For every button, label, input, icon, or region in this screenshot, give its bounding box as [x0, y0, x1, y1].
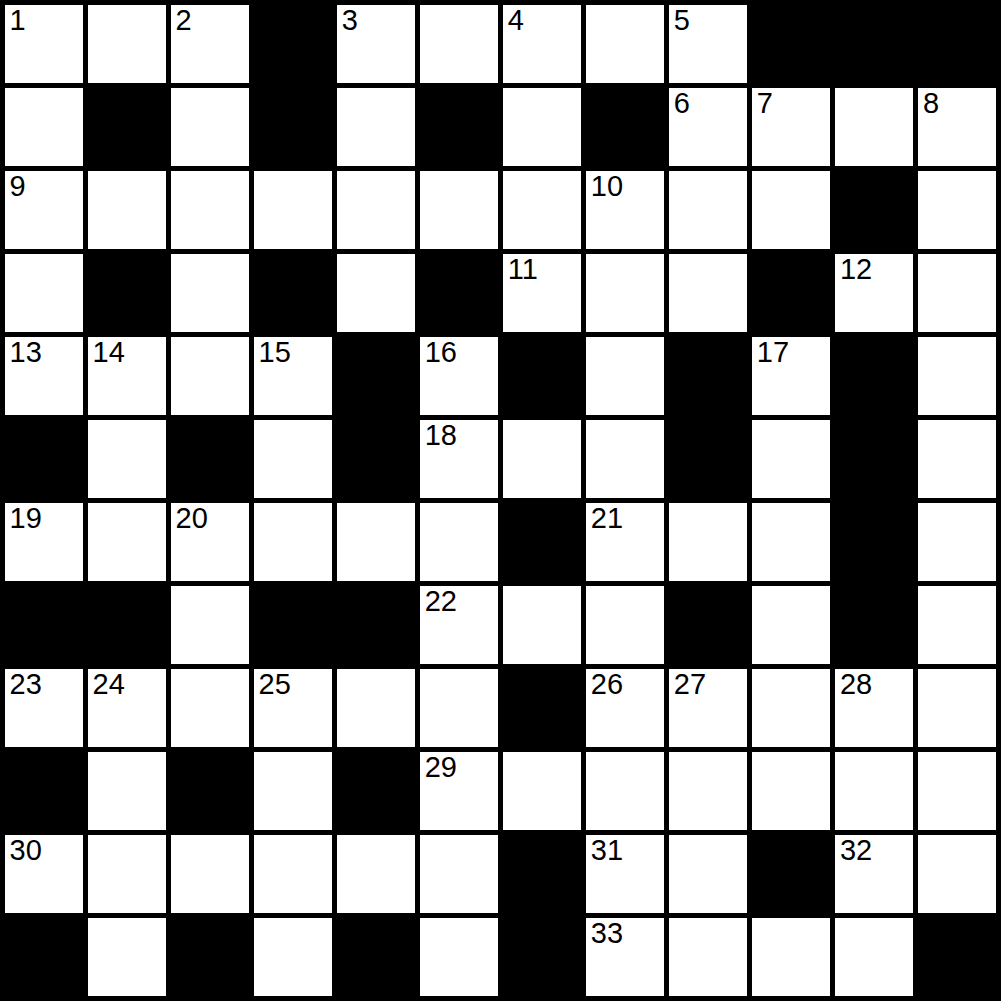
clue-number-7: 7 [757, 88, 773, 118]
cell-r3c10[interactable]: 12 [835, 254, 914, 333]
block-r6c10 [835, 503, 914, 582]
cell-r8c5[interactable] [420, 669, 499, 748]
cell-r6c1[interactable] [88, 503, 167, 582]
block-r3c5 [420, 254, 499, 333]
block-r1c3 [254, 88, 333, 167]
clue-number-27: 27 [674, 669, 706, 699]
cell-r7c7[interactable] [586, 586, 665, 665]
cell-r9c11[interactable] [918, 752, 997, 831]
clue-number-29: 29 [425, 752, 457, 782]
clue-number-4: 4 [508, 5, 524, 35]
clue-number-12: 12 [840, 254, 872, 284]
cell-r2c1[interactable] [88, 171, 167, 250]
block-r0c9 [752, 5, 831, 84]
cell-r2c7[interactable]: 10 [586, 171, 665, 250]
cell-r4c11[interactable] [918, 337, 997, 416]
cell-r0c7[interactable] [586, 5, 665, 84]
cell-r10c4[interactable] [337, 835, 416, 914]
cell-r1c2[interactable] [171, 88, 250, 167]
cell-r4c0[interactable]: 13 [5, 337, 84, 416]
cell-r5c3[interactable] [254, 420, 333, 499]
block-r6c6 [503, 503, 582, 582]
clue-number-28: 28 [840, 669, 872, 699]
cell-r5c5[interactable]: 18 [420, 420, 499, 499]
cell-r11c1[interactable] [88, 918, 167, 997]
cell-r1c9[interactable]: 7 [752, 88, 831, 167]
clue-number-25: 25 [259, 669, 291, 699]
cell-r10c10[interactable]: 32 [835, 835, 914, 914]
block-r4c6 [503, 337, 582, 416]
block-r0c11 [918, 5, 997, 84]
cell-r4c5[interactable]: 16 [420, 337, 499, 416]
block-r9c2 [171, 752, 250, 831]
block-r7c4 [337, 586, 416, 665]
cell-r2c5[interactable] [420, 171, 499, 250]
cell-r10c5[interactable] [420, 835, 499, 914]
clue-number-13: 13 [10, 337, 42, 367]
cell-r5c1[interactable] [88, 420, 167, 499]
cell-r2c0[interactable]: 9 [5, 171, 84, 250]
cell-r0c5[interactable] [420, 5, 499, 84]
cell-r10c2[interactable] [171, 835, 250, 914]
clue-number-18: 18 [425, 420, 457, 450]
cell-r0c6[interactable]: 4 [503, 5, 582, 84]
cell-r7c2[interactable] [171, 586, 250, 665]
cell-r9c8[interactable] [669, 752, 748, 831]
block-r5c10 [835, 420, 914, 499]
cell-r2c6[interactable] [503, 171, 582, 250]
cell-r8c3[interactable]: 25 [254, 669, 333, 748]
clue-number-11: 11 [508, 254, 538, 284]
cell-r9c5[interactable]: 29 [420, 752, 499, 831]
cell-r8c2[interactable] [171, 669, 250, 748]
cell-r4c1[interactable]: 14 [88, 337, 167, 416]
block-r11c6 [503, 918, 582, 997]
cell-r10c8[interactable] [669, 835, 748, 914]
cell-r11c9[interactable] [752, 918, 831, 997]
block-r5c8 [669, 420, 748, 499]
cell-r3c8[interactable] [669, 254, 748, 333]
cell-r0c8[interactable]: 5 [669, 5, 748, 84]
cell-r5c9[interactable] [752, 420, 831, 499]
clue-number-23: 23 [10, 669, 42, 699]
block-r0c3 [254, 5, 333, 84]
block-r10c6 [503, 835, 582, 914]
cell-r8c4[interactable] [337, 669, 416, 748]
block-r7c3 [254, 586, 333, 665]
cell-r0c2[interactable]: 2 [171, 5, 250, 84]
crossword-grid: 1234567891011121314151617181920212223242… [0, 0, 1001, 1001]
cell-r7c5[interactable]: 22 [420, 586, 499, 665]
cell-r3c6[interactable]: 11 [503, 254, 582, 333]
cell-r11c10[interactable] [835, 918, 914, 997]
cell-r7c9[interactable] [752, 586, 831, 665]
block-r4c8 [669, 337, 748, 416]
cell-r9c1[interactable] [88, 752, 167, 831]
cell-r7c6[interactable] [503, 586, 582, 665]
cell-r3c4[interactable] [337, 254, 416, 333]
clue-number-5: 5 [674, 5, 690, 35]
cell-r6c0[interactable]: 19 [5, 503, 84, 582]
cell-r2c9[interactable] [752, 171, 831, 250]
block-r11c0 [5, 918, 84, 997]
cell-r8c11[interactable] [918, 669, 997, 748]
block-r5c0 [5, 420, 84, 499]
clue-number-10: 10 [591, 171, 623, 201]
clue-number-16: 16 [425, 337, 457, 367]
cell-r11c3[interactable] [254, 918, 333, 997]
clue-number-30: 30 [10, 835, 42, 865]
cell-r10c3[interactable] [254, 835, 333, 914]
block-r9c0 [5, 752, 84, 831]
cell-r10c1[interactable] [88, 835, 167, 914]
block-r1c1 [88, 88, 167, 167]
cell-r11c5[interactable] [420, 918, 499, 997]
cell-r6c5[interactable] [420, 503, 499, 582]
cell-r2c8[interactable] [669, 171, 748, 250]
cell-r8c7[interactable]: 26 [586, 669, 665, 748]
clue-number-3: 3 [342, 5, 358, 35]
clue-number-6: 6 [674, 88, 690, 118]
block-r11c2 [171, 918, 250, 997]
block-r7c1 [88, 586, 167, 665]
block-r1c7 [586, 88, 665, 167]
block-r5c2 [171, 420, 250, 499]
clue-number-17: 17 [757, 337, 789, 367]
cell-r4c2[interactable] [171, 337, 250, 416]
clue-number-19: 19 [10, 503, 42, 533]
block-r8c6 [503, 669, 582, 748]
cell-r1c0[interactable] [5, 88, 84, 167]
cell-r1c6[interactable] [503, 88, 582, 167]
cell-r2c3[interactable] [254, 171, 333, 250]
cell-r10c0[interactable]: 30 [5, 835, 84, 914]
cell-r3c7[interactable] [586, 254, 665, 333]
clue-number-33: 33 [591, 918, 623, 948]
clue-number-1: 1 [10, 5, 26, 35]
cell-r6c2[interactable]: 20 [171, 503, 250, 582]
cell-r8c9[interactable] [752, 669, 831, 748]
block-r7c8 [669, 586, 748, 665]
cell-r8c8[interactable]: 27 [669, 669, 748, 748]
block-r1c5 [420, 88, 499, 167]
cell-r8c0[interactable]: 23 [5, 669, 84, 748]
block-r4c4 [337, 337, 416, 416]
clue-number-20: 20 [176, 503, 208, 533]
cell-r6c8[interactable] [669, 503, 748, 582]
block-r3c9 [752, 254, 831, 333]
cell-r9c6[interactable] [503, 752, 582, 831]
cell-r2c11[interactable] [918, 171, 997, 250]
cell-r6c11[interactable] [918, 503, 997, 582]
clue-number-26: 26 [591, 669, 623, 699]
block-r7c0 [5, 586, 84, 665]
block-r10c9 [752, 835, 831, 914]
cell-r9c10[interactable] [835, 752, 914, 831]
cell-r3c0[interactable] [5, 254, 84, 333]
cell-r6c7[interactable]: 21 [586, 503, 665, 582]
cell-r5c6[interactable] [503, 420, 582, 499]
clue-number-31: 31 [591, 835, 623, 865]
cell-r8c1[interactable]: 24 [88, 669, 167, 748]
cell-r6c4[interactable] [337, 503, 416, 582]
clue-number-32: 32 [840, 835, 872, 865]
cell-r0c4[interactable]: 3 [337, 5, 416, 84]
cell-r1c8[interactable]: 6 [669, 88, 748, 167]
clue-number-2: 2 [176, 5, 192, 35]
cell-r6c9[interactable] [752, 503, 831, 582]
cell-r5c11[interactable] [918, 420, 997, 499]
block-r11c4 [337, 918, 416, 997]
cell-r4c7[interactable] [586, 337, 665, 416]
block-r5c4 [337, 420, 416, 499]
block-r11c11 [918, 918, 997, 997]
clue-number-21: 21 [591, 503, 623, 533]
cell-r9c9[interactable] [752, 752, 831, 831]
clue-number-22: 22 [425, 586, 457, 616]
cell-r4c3[interactable]: 15 [254, 337, 333, 416]
cell-r8c10[interactable]: 28 [835, 669, 914, 748]
clue-number-24: 24 [93, 669, 125, 699]
cell-r3c11[interactable] [918, 254, 997, 333]
cell-r10c11[interactable] [918, 835, 997, 914]
cell-r5c7[interactable] [586, 420, 665, 499]
cell-r0c1[interactable] [88, 5, 167, 84]
cell-r9c7[interactable] [586, 752, 665, 831]
block-r4c10 [835, 337, 914, 416]
cell-r2c4[interactable] [337, 171, 416, 250]
cell-r9c3[interactable] [254, 752, 333, 831]
cell-r11c8[interactable] [669, 918, 748, 997]
block-r0c10 [835, 5, 914, 84]
clue-number-9: 9 [10, 171, 26, 201]
cell-r3c2[interactable] [171, 254, 250, 333]
cell-r1c10[interactable] [835, 88, 914, 167]
cell-r2c2[interactable] [171, 171, 250, 250]
block-r3c1 [88, 254, 167, 333]
cell-r11c7[interactable]: 33 [586, 918, 665, 997]
block-r7c10 [835, 586, 914, 665]
cell-r6c3[interactable] [254, 503, 333, 582]
cell-r1c11[interactable]: 8 [918, 88, 997, 167]
cell-r1c4[interactable] [337, 88, 416, 167]
block-r2c10 [835, 171, 914, 250]
cell-r4c9[interactable]: 17 [752, 337, 831, 416]
block-r9c4 [337, 752, 416, 831]
cell-r0c0[interactable]: 1 [5, 5, 84, 84]
clue-number-14: 14 [93, 337, 125, 367]
clue-number-15: 15 [259, 337, 291, 367]
cell-r10c7[interactable]: 31 [586, 835, 665, 914]
clue-number-8: 8 [923, 88, 939, 118]
block-r3c3 [254, 254, 333, 333]
cell-r7c11[interactable] [918, 586, 997, 665]
